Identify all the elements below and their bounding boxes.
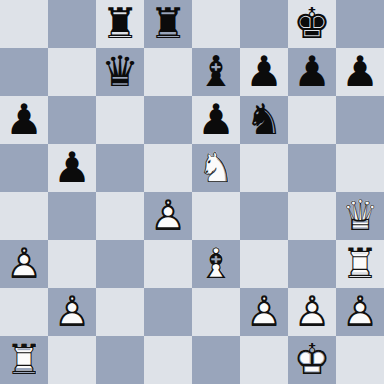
knight-glyph-outline: ♘ bbox=[192, 144, 240, 192]
knight-glyph-fill: ♞ bbox=[240, 96, 288, 144]
pawn-glyph-outline: ♙ bbox=[48, 288, 96, 336]
square-b6[interactable] bbox=[48, 96, 96, 144]
square-d7[interactable] bbox=[144, 48, 192, 96]
square-g6[interactable] bbox=[288, 96, 336, 144]
pawn-glyph-fill: ♟ bbox=[48, 144, 96, 192]
square-g5[interactable] bbox=[288, 144, 336, 192]
rook-glyph-fill: ♜ bbox=[96, 0, 144, 48]
piece-white-pawn[interactable]: ♟♙ bbox=[336, 288, 384, 336]
square-f4[interactable] bbox=[240, 192, 288, 240]
square-e7[interactable]: ♝ bbox=[192, 48, 240, 96]
pawn-glyph-outline: ♙ bbox=[144, 192, 192, 240]
bishop-glyph-fill: ♝ bbox=[192, 48, 240, 96]
square-e2[interactable] bbox=[192, 288, 240, 336]
square-c5[interactable] bbox=[96, 144, 144, 192]
square-h7[interactable]: ♟ bbox=[336, 48, 384, 96]
square-b2[interactable]: ♟♙ bbox=[48, 288, 96, 336]
square-c2[interactable] bbox=[96, 288, 144, 336]
square-e5[interactable]: ♞♘ bbox=[192, 144, 240, 192]
bishop-glyph-outline: ♗ bbox=[192, 240, 240, 288]
square-a6[interactable]: ♟ bbox=[0, 96, 48, 144]
pawn-glyph-fill: ♟ bbox=[240, 48, 288, 96]
square-d2[interactable] bbox=[144, 288, 192, 336]
square-f1[interactable] bbox=[240, 336, 288, 384]
piece-black-pawn[interactable]: ♟ bbox=[0, 96, 48, 144]
pawn-glyph-outline: ♙ bbox=[336, 288, 384, 336]
square-d1[interactable] bbox=[144, 336, 192, 384]
pawn-glyph-outline: ♙ bbox=[0, 240, 48, 288]
pawn-glyph-outline: ♙ bbox=[240, 288, 288, 336]
chess-board: ♜♜♚♛♝♟♟♟♟♟♞♟♞♘♟♙♛♕♟♙♝♗♜♖♟♙♟♙♟♙♟♙♜♖♚♔ bbox=[0, 0, 384, 384]
square-a4[interactable] bbox=[0, 192, 48, 240]
square-d8[interactable]: ♜ bbox=[144, 0, 192, 48]
square-a3[interactable]: ♟♙ bbox=[0, 240, 48, 288]
piece-white-pawn[interactable]: ♟♙ bbox=[288, 288, 336, 336]
square-g2[interactable]: ♟♙ bbox=[288, 288, 336, 336]
square-e4[interactable] bbox=[192, 192, 240, 240]
square-h1[interactable] bbox=[336, 336, 384, 384]
square-g7[interactable]: ♟ bbox=[288, 48, 336, 96]
square-c3[interactable] bbox=[96, 240, 144, 288]
piece-white-bishop[interactable]: ♝♗ bbox=[192, 240, 240, 288]
piece-black-rook[interactable]: ♜ bbox=[144, 0, 192, 48]
pawn-glyph-fill: ♟ bbox=[192, 96, 240, 144]
square-d3[interactable] bbox=[144, 240, 192, 288]
square-a8[interactable] bbox=[0, 0, 48, 48]
square-a2[interactable] bbox=[0, 288, 48, 336]
square-f3[interactable] bbox=[240, 240, 288, 288]
queen-glyph-outline: ♕ bbox=[336, 192, 384, 240]
square-b1[interactable] bbox=[48, 336, 96, 384]
square-c1[interactable] bbox=[96, 336, 144, 384]
square-g1[interactable]: ♚♔ bbox=[288, 336, 336, 384]
square-a7[interactable] bbox=[0, 48, 48, 96]
piece-black-knight[interactable]: ♞ bbox=[240, 96, 288, 144]
square-a5[interactable] bbox=[0, 144, 48, 192]
square-g3[interactable] bbox=[288, 240, 336, 288]
piece-black-rook[interactable]: ♜ bbox=[96, 0, 144, 48]
square-b8[interactable] bbox=[48, 0, 96, 48]
square-d5[interactable] bbox=[144, 144, 192, 192]
square-b5[interactable]: ♟ bbox=[48, 144, 96, 192]
square-a1[interactable]: ♜♖ bbox=[0, 336, 48, 384]
king-glyph-fill: ♚ bbox=[288, 0, 336, 48]
square-b7[interactable] bbox=[48, 48, 96, 96]
square-d6[interactable] bbox=[144, 96, 192, 144]
piece-black-queen[interactable]: ♛ bbox=[96, 48, 144, 96]
square-h5[interactable] bbox=[336, 144, 384, 192]
square-e6[interactable]: ♟ bbox=[192, 96, 240, 144]
square-c4[interactable] bbox=[96, 192, 144, 240]
piece-white-knight[interactable]: ♞♘ bbox=[192, 144, 240, 192]
piece-white-pawn[interactable]: ♟♙ bbox=[0, 240, 48, 288]
square-h4[interactable]: ♛♕ bbox=[336, 192, 384, 240]
square-g8[interactable]: ♚ bbox=[288, 0, 336, 48]
piece-white-pawn[interactable]: ♟♙ bbox=[144, 192, 192, 240]
rook-glyph-outline: ♖ bbox=[0, 336, 48, 384]
square-h6[interactable] bbox=[336, 96, 384, 144]
square-h3[interactable]: ♜♖ bbox=[336, 240, 384, 288]
piece-white-queen[interactable]: ♛♕ bbox=[336, 192, 384, 240]
square-g4[interactable] bbox=[288, 192, 336, 240]
piece-black-pawn[interactable]: ♟ bbox=[288, 48, 336, 96]
square-f8[interactable] bbox=[240, 0, 288, 48]
queen-glyph-fill: ♛ bbox=[96, 48, 144, 96]
rook-glyph-fill: ♜ bbox=[144, 0, 192, 48]
square-f5[interactable] bbox=[240, 144, 288, 192]
square-d4[interactable]: ♟♙ bbox=[144, 192, 192, 240]
piece-white-pawn[interactable]: ♟♙ bbox=[240, 288, 288, 336]
square-f6[interactable]: ♞ bbox=[240, 96, 288, 144]
piece-white-rook[interactable]: ♜♖ bbox=[0, 336, 48, 384]
piece-black-pawn[interactable]: ♟ bbox=[48, 144, 96, 192]
pawn-glyph-fill: ♟ bbox=[288, 48, 336, 96]
square-c7[interactable]: ♛ bbox=[96, 48, 144, 96]
pawn-glyph-outline: ♙ bbox=[288, 288, 336, 336]
piece-white-pawn[interactable]: ♟♙ bbox=[48, 288, 96, 336]
piece-black-pawn[interactable]: ♟ bbox=[336, 48, 384, 96]
square-f2[interactable]: ♟♙ bbox=[240, 288, 288, 336]
pawn-glyph-fill: ♟ bbox=[336, 48, 384, 96]
piece-black-bishop[interactable]: ♝ bbox=[192, 48, 240, 96]
king-glyph-outline: ♔ bbox=[288, 336, 336, 384]
pawn-glyph-fill: ♟ bbox=[0, 96, 48, 144]
square-e8[interactable] bbox=[192, 0, 240, 48]
square-c8[interactable]: ♜ bbox=[96, 0, 144, 48]
square-h8[interactable] bbox=[336, 0, 384, 48]
square-h2[interactable]: ♟♙ bbox=[336, 288, 384, 336]
piece-white-king[interactable]: ♚♔ bbox=[288, 336, 336, 384]
square-e1[interactable] bbox=[192, 336, 240, 384]
square-e3[interactable]: ♝♗ bbox=[192, 240, 240, 288]
square-b3[interactable] bbox=[48, 240, 96, 288]
square-b4[interactable] bbox=[48, 192, 96, 240]
piece-black-king[interactable]: ♚ bbox=[288, 0, 336, 48]
rook-glyph-outline: ♖ bbox=[336, 240, 384, 288]
piece-white-rook[interactable]: ♜♖ bbox=[336, 240, 384, 288]
piece-black-pawn[interactable]: ♟ bbox=[192, 96, 240, 144]
square-c6[interactable] bbox=[96, 96, 144, 144]
piece-black-pawn[interactable]: ♟ bbox=[240, 48, 288, 96]
square-f7[interactable]: ♟ bbox=[240, 48, 288, 96]
